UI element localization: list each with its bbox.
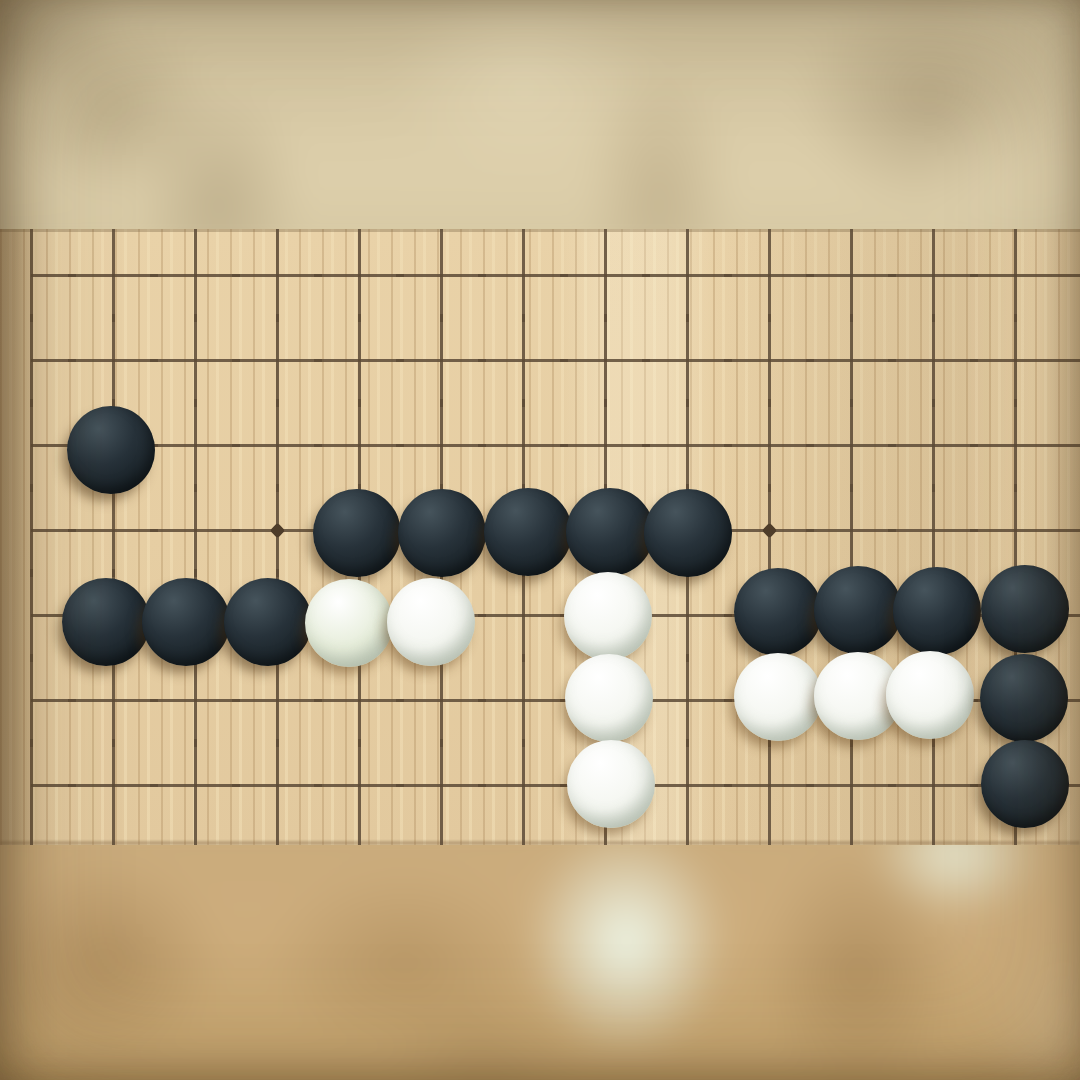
- intersection[interactable]: [728, 318, 810, 403]
- grid-horizontal-line: [314, 359, 404, 362]
- intersection[interactable]: [236, 233, 318, 318]
- grid-horizontal-line: [806, 274, 896, 277]
- intersection[interactable]: [400, 743, 482, 828]
- grid-horizontal-line: [396, 699, 486, 702]
- intersection[interactable]: [810, 233, 892, 318]
- intersection[interactable]: [318, 488, 400, 573]
- grid-horizontal-line: [888, 529, 978, 532]
- intersection[interactable]: [154, 658, 236, 743]
- intersection[interactable]: [810, 573, 892, 658]
- intersection[interactable]: [564, 403, 646, 488]
- intersection[interactable]: [646, 743, 728, 828]
- intersection[interactable]: [400, 488, 482, 573]
- intersection[interactable]: [72, 658, 154, 743]
- blurred-top-texture: [0, 0, 1080, 229]
- intersection[interactable]: [72, 403, 154, 488]
- grid-horizontal-line: [150, 699, 240, 702]
- intersection[interactable]: [646, 488, 728, 573]
- defocused-wood-blob: [974, 924, 1080, 1080]
- black-stone: [981, 740, 1069, 828]
- black-stone: [398, 489, 486, 577]
- board-grid: [0, 233, 1056, 828]
- black-stone: [142, 578, 230, 666]
- intersection[interactable]: [728, 233, 810, 318]
- intersection[interactable]: [892, 403, 974, 488]
- blurred-bottom-texture: [0, 845, 1080, 1080]
- grid-horizontal-line: [970, 359, 1080, 362]
- intersection[interactable]: [236, 658, 318, 743]
- intersection[interactable]: [564, 488, 646, 573]
- intersection[interactable]: [482, 403, 564, 488]
- white-stone: [305, 579, 393, 667]
- grid-horizontal-line: [724, 274, 814, 277]
- intersection[interactable]: [482, 318, 564, 403]
- intersection[interactable]: [728, 573, 810, 658]
- star-point-hoshi: [269, 523, 285, 539]
- intersection[interactable]: [318, 233, 400, 318]
- grid-horizontal-line: [560, 359, 650, 362]
- white-stone: [734, 653, 822, 741]
- intersection[interactable]: [728, 658, 810, 743]
- intersection[interactable]: [154, 403, 236, 488]
- intersection[interactable]: [72, 318, 154, 403]
- black-stone: [981, 565, 1069, 653]
- intersection[interactable]: [154, 318, 236, 403]
- black-stone: [893, 567, 981, 655]
- white-stone: [564, 572, 652, 660]
- blurred-bottom-band: [0, 845, 1080, 1080]
- intersection[interactable]: [154, 233, 236, 318]
- grid-horizontal-line: [970, 529, 1080, 532]
- intersection[interactable]: [154, 488, 236, 573]
- board-crop-edge-top: [0, 229, 1080, 232]
- intersection[interactable]: [892, 233, 974, 318]
- grid-horizontal-line: [150, 529, 240, 532]
- intersection[interactable]: [236, 488, 318, 573]
- black-stone: [814, 566, 902, 654]
- grid-horizontal-line: [806, 444, 896, 447]
- grid-vertical-line: [686, 739, 689, 845]
- grid-horizontal-line: [150, 444, 240, 447]
- defocused-wood-blob: [0, 854, 224, 1064]
- grid-horizontal-line: [560, 274, 650, 277]
- grid-horizontal-line: [642, 699, 732, 702]
- black-stone: [734, 568, 822, 656]
- grid-vertical-line: [768, 739, 771, 845]
- intersection[interactable]: [0, 233, 72, 318]
- grid-vertical-line: [522, 739, 525, 845]
- grid-horizontal-line: [806, 784, 896, 787]
- grid-horizontal-line: [314, 699, 404, 702]
- intersection[interactable]: [564, 573, 646, 658]
- grid-horizontal-line: [560, 444, 650, 447]
- grid-horizontal-line: [806, 529, 896, 532]
- grid-vertical-line: [194, 739, 197, 845]
- intersection[interactable]: [400, 573, 482, 658]
- intersection[interactable]: [482, 488, 564, 573]
- grid-horizontal-line: [314, 444, 404, 447]
- white-stone: [886, 651, 974, 739]
- intersection[interactable]: [728, 488, 810, 573]
- intersection[interactable]: [0, 488, 72, 573]
- grid-horizontal-line: [970, 444, 1080, 447]
- black-stone: [980, 654, 1068, 742]
- grid-vertical-line: [850, 739, 853, 845]
- grid-vertical-line: [440, 739, 443, 845]
- intersection[interactable]: [564, 233, 646, 318]
- intersection[interactable]: [318, 743, 400, 828]
- grid-horizontal-line: [724, 444, 814, 447]
- grid-horizontal-line: [68, 359, 158, 362]
- grid-horizontal-line: [888, 784, 978, 787]
- intersection[interactable]: [728, 743, 810, 828]
- intersection[interactable]: [482, 658, 564, 743]
- intersection[interactable]: [72, 233, 154, 318]
- grid-horizontal-line: [888, 274, 978, 277]
- black-stone: [566, 488, 654, 576]
- intersection[interactable]: [72, 743, 154, 828]
- go-board: [0, 229, 1080, 845]
- intersection[interactable]: [72, 488, 154, 573]
- black-stone: [224, 578, 312, 666]
- intersection[interactable]: [810, 318, 892, 403]
- intersection[interactable]: [154, 743, 236, 828]
- grid-horizontal-line: [314, 784, 404, 787]
- grid-horizontal-line: [478, 359, 568, 362]
- intersection[interactable]: [318, 318, 400, 403]
- intersection[interactable]: [892, 488, 974, 573]
- intersection[interactable]: [974, 658, 1056, 743]
- intersection[interactable]: [400, 658, 482, 743]
- grid-horizontal-line: [68, 529, 158, 532]
- intersection[interactable]: [0, 573, 72, 658]
- grid-horizontal-line: [642, 444, 732, 447]
- intersection[interactable]: [974, 488, 1056, 573]
- grid-horizontal-line: [396, 274, 486, 277]
- intersection[interactable]: [974, 403, 1056, 488]
- grid-horizontal-line: [68, 699, 158, 702]
- grid-horizontal-line: [396, 359, 486, 362]
- intersection[interactable]: [564, 743, 646, 828]
- intersection[interactable]: [0, 743, 72, 828]
- black-stone: [313, 489, 401, 577]
- grid-vertical-line: [30, 739, 33, 845]
- grid-horizontal-line: [232, 359, 322, 362]
- black-stone: [644, 489, 732, 577]
- grid-horizontal-line: [396, 784, 486, 787]
- intersection[interactable]: [0, 403, 72, 488]
- grid-horizontal-line: [150, 359, 240, 362]
- intersection[interactable]: [974, 573, 1056, 658]
- grid-horizontal-line: [724, 359, 814, 362]
- star-point-hoshi: [761, 523, 777, 539]
- grid-horizontal-line: [232, 784, 322, 787]
- intersection[interactable]: [892, 573, 974, 658]
- grid-horizontal-line: [68, 274, 158, 277]
- intersection[interactable]: [482, 573, 564, 658]
- intersection[interactable]: [810, 658, 892, 743]
- grid-vertical-line: [932, 739, 935, 845]
- intersection[interactable]: [318, 403, 400, 488]
- intersection[interactable]: [400, 233, 482, 318]
- grid-horizontal-line: [642, 274, 732, 277]
- intersection[interactable]: [646, 318, 728, 403]
- grid-horizontal-line: [642, 784, 732, 787]
- grid-horizontal-line: [478, 699, 568, 702]
- grid-horizontal-line: [806, 359, 896, 362]
- grid-vertical-line: [112, 739, 115, 845]
- intersection[interactable]: [646, 403, 728, 488]
- grid-horizontal-line: [888, 359, 978, 362]
- blurred-top-band: [0, 0, 1080, 229]
- grid-horizontal-line: [150, 274, 240, 277]
- grid-horizontal-line: [724, 784, 814, 787]
- intersection[interactable]: [892, 318, 974, 403]
- intersection[interactable]: [564, 658, 646, 743]
- grid-horizontal-line: [150, 784, 240, 787]
- intersection[interactable]: [892, 743, 974, 828]
- grid-horizontal-line: [478, 784, 568, 787]
- grid-vertical-line: [358, 739, 361, 845]
- grid-horizontal-line: [970, 274, 1080, 277]
- intersection[interactable]: [728, 403, 810, 488]
- intersection[interactable]: [400, 403, 482, 488]
- intersection[interactable]: [400, 318, 482, 403]
- white-stone: [567, 740, 655, 828]
- intersection[interactable]: [482, 743, 564, 828]
- intersection[interactable]: [974, 318, 1056, 403]
- black-stone: [67, 406, 155, 494]
- intersection[interactable]: [318, 658, 400, 743]
- grid-horizontal-line: [642, 614, 732, 617]
- intersection[interactable]: [892, 658, 974, 743]
- intersection[interactable]: [646, 233, 728, 318]
- white-stone: [387, 578, 475, 666]
- grid-horizontal-line: [232, 274, 322, 277]
- black-stone: [62, 578, 150, 666]
- grid-horizontal-line: [642, 359, 732, 362]
- grid-vertical-line: [276, 739, 279, 845]
- intersection[interactable]: [0, 318, 72, 403]
- intersection[interactable]: [482, 233, 564, 318]
- grid-horizontal-line: [396, 444, 486, 447]
- intersection[interactable]: [810, 743, 892, 828]
- grid-horizontal-line: [314, 274, 404, 277]
- intersection[interactable]: [236, 403, 318, 488]
- intersection[interactable]: [646, 573, 728, 658]
- intersection[interactable]: [236, 743, 318, 828]
- grid-horizontal-line: [478, 444, 568, 447]
- grid-horizontal-line: [68, 784, 158, 787]
- intersection[interactable]: [646, 658, 728, 743]
- go-board-photo: [0, 0, 1080, 1080]
- intersection[interactable]: [0, 658, 72, 743]
- black-stone: [484, 488, 572, 576]
- board-crop-edge-bottom: [0, 841, 1080, 845]
- white-stone: [565, 654, 653, 742]
- grid-horizontal-line: [232, 699, 322, 702]
- grid-horizontal-line: [478, 614, 568, 617]
- grid-horizontal-line: [478, 274, 568, 277]
- intersection[interactable]: [974, 233, 1056, 318]
- intersection[interactable]: [974, 743, 1056, 828]
- intersection[interactable]: [564, 318, 646, 403]
- intersection[interactable]: [236, 318, 318, 403]
- grid-horizontal-line: [888, 444, 978, 447]
- intersection[interactable]: [810, 403, 892, 488]
- grid-horizontal-line: [232, 444, 322, 447]
- intersection[interactable]: [810, 488, 892, 573]
